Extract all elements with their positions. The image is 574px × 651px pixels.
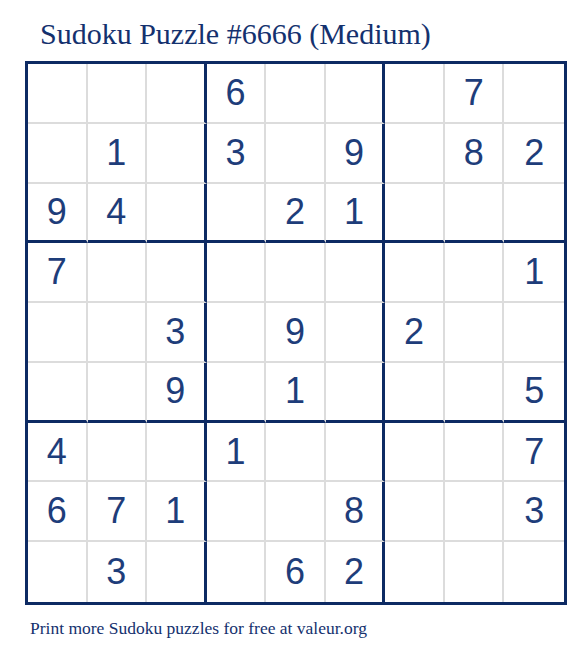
sudoku-board: 671398294217139291541767183362 [25, 61, 567, 605]
footer-text: Print more Sudoku puzzles for free at va… [30, 618, 574, 639]
cell-r1c4[interactable]: 6 [207, 64, 267, 124]
cell-r1c5[interactable] [266, 64, 326, 124]
cell-r2c1[interactable] [28, 124, 88, 184]
cell-r9c9[interactable] [504, 542, 564, 602]
cell-r5c8[interactable] [445, 303, 505, 363]
cell-r2c9[interactable]: 2 [504, 124, 564, 184]
cell-r3c1[interactable]: 9 [28, 184, 88, 244]
cell-r5c3[interactable]: 3 [147, 303, 207, 363]
cell-r7c4[interactable]: 1 [207, 423, 267, 483]
sudoku-page: Sudoku Puzzle #6666 (Medium) 67139829421… [0, 0, 574, 651]
cell-r9c8[interactable] [445, 542, 505, 602]
cell-r3c9[interactable] [504, 184, 564, 244]
cell-r2c7[interactable] [385, 124, 445, 184]
cell-r8c1[interactable]: 6 [28, 482, 88, 542]
cell-r5c6[interactable] [326, 303, 386, 363]
cell-r3c7[interactable] [385, 184, 445, 244]
cell-r6c7[interactable] [385, 363, 445, 423]
cell-r8c9[interactable]: 3 [504, 482, 564, 542]
cell-r7c5[interactable] [266, 423, 326, 483]
cell-r6c4[interactable] [207, 363, 267, 423]
page-title: Sudoku Puzzle #6666 (Medium) [0, 0, 574, 52]
cell-r2c2[interactable]: 1 [88, 124, 148, 184]
cell-r3c3[interactable] [147, 184, 207, 244]
cell-r1c2[interactable] [88, 64, 148, 124]
cell-r6c2[interactable] [88, 363, 148, 423]
cell-r1c9[interactable] [504, 64, 564, 124]
cell-r9c7[interactable] [385, 542, 445, 602]
cell-r6c5[interactable]: 1 [266, 363, 326, 423]
cell-r7c6[interactable] [326, 423, 386, 483]
cell-r8c7[interactable] [385, 482, 445, 542]
cell-r4c6[interactable] [326, 243, 386, 303]
cell-r9c1[interactable] [28, 542, 88, 602]
cell-r5c1[interactable] [28, 303, 88, 363]
cell-r2c3[interactable] [147, 124, 207, 184]
cell-r2c5[interactable] [266, 124, 326, 184]
cell-r3c2[interactable]: 4 [88, 184, 148, 244]
cell-r7c9[interactable]: 7 [504, 423, 564, 483]
cell-r4c7[interactable] [385, 243, 445, 303]
cell-r6c9[interactable]: 5 [504, 363, 564, 423]
cell-r6c3[interactable]: 9 [147, 363, 207, 423]
cell-r1c7[interactable] [385, 64, 445, 124]
cell-r7c1[interactable]: 4 [28, 423, 88, 483]
cell-r6c6[interactable] [326, 363, 386, 423]
cell-r4c3[interactable] [147, 243, 207, 303]
cell-r9c6[interactable]: 2 [326, 542, 386, 602]
cell-r3c8[interactable] [445, 184, 505, 244]
cell-r9c4[interactable] [207, 542, 267, 602]
cell-r7c2[interactable] [88, 423, 148, 483]
cell-r2c6[interactable]: 9 [326, 124, 386, 184]
cell-r2c8[interactable]: 8 [445, 124, 505, 184]
cell-r8c6[interactable]: 8 [326, 482, 386, 542]
cell-r7c8[interactable] [445, 423, 505, 483]
cell-r9c2[interactable]: 3 [88, 542, 148, 602]
cell-r4c8[interactable] [445, 243, 505, 303]
cell-r5c2[interactable] [88, 303, 148, 363]
cell-r3c6[interactable]: 1 [326, 184, 386, 244]
cell-r3c5[interactable]: 2 [266, 184, 326, 244]
cell-r3c4[interactable] [207, 184, 267, 244]
cell-r1c8[interactable]: 7 [445, 64, 505, 124]
cell-r1c3[interactable] [147, 64, 207, 124]
cell-r8c2[interactable]: 7 [88, 482, 148, 542]
cell-r4c4[interactable] [207, 243, 267, 303]
cell-r8c8[interactable] [445, 482, 505, 542]
cell-r6c1[interactable] [28, 363, 88, 423]
cell-r5c4[interactable] [207, 303, 267, 363]
cell-r1c1[interactable] [28, 64, 88, 124]
cell-r8c4[interactable] [207, 482, 267, 542]
cell-r4c2[interactable] [88, 243, 148, 303]
cell-r2c4[interactable]: 3 [207, 124, 267, 184]
cell-r5c9[interactable] [504, 303, 564, 363]
cell-r5c7[interactable]: 2 [385, 303, 445, 363]
cell-r7c7[interactable] [385, 423, 445, 483]
cell-r1c6[interactable] [326, 64, 386, 124]
cell-r8c3[interactable]: 1 [147, 482, 207, 542]
cell-r7c3[interactable] [147, 423, 207, 483]
cell-r9c3[interactable] [147, 542, 207, 602]
cell-r6c8[interactable] [445, 363, 505, 423]
cell-r9c5[interactable]: 6 [266, 542, 326, 602]
cell-r5c5[interactable]: 9 [266, 303, 326, 363]
cell-r8c5[interactable] [266, 482, 326, 542]
cell-r4c9[interactable]: 1 [504, 243, 564, 303]
cell-r4c5[interactable] [266, 243, 326, 303]
cell-r4c1[interactable]: 7 [28, 243, 88, 303]
